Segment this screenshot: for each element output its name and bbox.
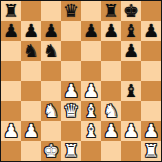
square-a8[interactable]: ♜ xyxy=(1,1,21,21)
piece-black-pawn[interactable]: ♟ xyxy=(103,21,119,41)
square-g5[interactable] xyxy=(121,61,141,81)
piece-black-king[interactable]: ♚ xyxy=(123,1,139,21)
piece-white-pawn[interactable]: ♟ xyxy=(23,121,39,141)
piece-white-pawn[interactable]: ♟ xyxy=(103,121,119,141)
piece-white-pawn[interactable]: ♟ xyxy=(143,121,159,141)
square-g4[interactable]: ♝ xyxy=(121,81,141,101)
square-f1[interactable] xyxy=(101,141,121,161)
chess-board: ♜♛♜♚♟♟♟♟♟♝♟♞♞♟♟♟♝♞♛♝♞♟♟♝♟♟♟♚♜♜ xyxy=(1,1,161,161)
square-g8[interactable]: ♚ xyxy=(121,1,141,21)
square-e3[interactable]: ♝ xyxy=(81,101,101,121)
square-e7[interactable]: ♟ xyxy=(81,21,101,41)
piece-white-queen[interactable]: ♛ xyxy=(63,101,79,121)
square-c4[interactable] xyxy=(41,81,61,101)
piece-black-knight[interactable]: ♞ xyxy=(43,41,59,61)
board-frame: ♜♛♜♚♟♟♟♟♟♝♟♞♞♟♟♟♝♞♛♝♞♟♟♝♟♟♟♚♜♜ xyxy=(0,0,162,162)
square-a7[interactable]: ♟ xyxy=(1,21,21,41)
piece-white-knight[interactable]: ♞ xyxy=(103,101,119,121)
piece-white-bishop[interactable]: ♝ xyxy=(83,121,99,141)
square-h6[interactable] xyxy=(141,41,161,61)
square-h3[interactable] xyxy=(141,101,161,121)
square-d4[interactable]: ♟ xyxy=(61,81,81,101)
square-g3[interactable] xyxy=(121,101,141,121)
square-b4[interactable] xyxy=(21,81,41,101)
piece-white-rook[interactable]: ♜ xyxy=(143,141,159,161)
piece-black-bishop[interactable]: ♝ xyxy=(123,21,139,41)
piece-white-king[interactable]: ♚ xyxy=(43,141,59,161)
piece-white-pawn[interactable]: ♟ xyxy=(83,81,99,101)
square-g2[interactable]: ♟ xyxy=(121,121,141,141)
piece-white-bishop[interactable]: ♝ xyxy=(83,101,99,121)
square-h4[interactable] xyxy=(141,81,161,101)
piece-black-knight[interactable]: ♞ xyxy=(23,41,39,61)
piece-black-queen[interactable]: ♛ xyxy=(63,1,79,21)
square-a5[interactable] xyxy=(1,61,21,81)
square-f6[interactable] xyxy=(101,41,121,61)
square-c8[interactable] xyxy=(41,1,61,21)
square-d8[interactable]: ♛ xyxy=(61,1,81,21)
square-b1[interactable] xyxy=(21,141,41,161)
piece-black-rook[interactable]: ♜ xyxy=(3,1,19,21)
square-g6[interactable]: ♟ xyxy=(121,41,141,61)
square-g7[interactable]: ♝ xyxy=(121,21,141,41)
square-b6[interactable]: ♞ xyxy=(21,41,41,61)
piece-white-pawn[interactable]: ♟ xyxy=(63,81,79,101)
square-b5[interactable] xyxy=(21,61,41,81)
square-d5[interactable] xyxy=(61,61,81,81)
piece-black-pawn[interactable]: ♟ xyxy=(143,21,159,41)
square-f4[interactable] xyxy=(101,81,121,101)
square-a2[interactable]: ♟ xyxy=(1,121,21,141)
square-e6[interactable] xyxy=(81,41,101,61)
square-d7[interactable] xyxy=(61,21,81,41)
piece-black-pawn[interactable]: ♟ xyxy=(43,21,59,41)
square-c1[interactable]: ♚ xyxy=(41,141,61,161)
square-e8[interactable] xyxy=(81,1,101,21)
square-b8[interactable] xyxy=(21,1,41,21)
square-c7[interactable]: ♟ xyxy=(41,21,61,41)
square-a3[interactable] xyxy=(1,101,21,121)
square-c3[interactable]: ♞ xyxy=(41,101,61,121)
square-f2[interactable]: ♟ xyxy=(101,121,121,141)
square-d3[interactable]: ♛ xyxy=(61,101,81,121)
square-g1[interactable] xyxy=(121,141,141,161)
square-h7[interactable]: ♟ xyxy=(141,21,161,41)
piece-black-bishop[interactable]: ♝ xyxy=(123,81,139,101)
piece-white-pawn[interactable]: ♟ xyxy=(123,121,139,141)
piece-white-rook[interactable]: ♜ xyxy=(63,141,79,161)
piece-white-pawn[interactable]: ♟ xyxy=(3,121,19,141)
square-d2[interactable] xyxy=(61,121,81,141)
piece-black-pawn[interactable]: ♟ xyxy=(123,41,139,61)
piece-black-pawn[interactable]: ♟ xyxy=(23,21,39,41)
square-a4[interactable] xyxy=(1,81,21,101)
square-b2[interactable]: ♟ xyxy=(21,121,41,141)
piece-black-rook[interactable]: ♜ xyxy=(103,1,119,21)
square-a1[interactable] xyxy=(1,141,21,161)
square-a6[interactable] xyxy=(1,41,21,61)
square-b3[interactable] xyxy=(21,101,41,121)
square-e2[interactable]: ♝ xyxy=(81,121,101,141)
square-c2[interactable] xyxy=(41,121,61,141)
square-c6[interactable]: ♞ xyxy=(41,41,61,61)
square-e4[interactable]: ♟ xyxy=(81,81,101,101)
square-h2[interactable]: ♟ xyxy=(141,121,161,141)
piece-black-pawn[interactable]: ♟ xyxy=(83,21,99,41)
square-d1[interactable]: ♜ xyxy=(61,141,81,161)
square-f7[interactable]: ♟ xyxy=(101,21,121,41)
square-f8[interactable]: ♜ xyxy=(101,1,121,21)
square-e1[interactable] xyxy=(81,141,101,161)
square-f5[interactable] xyxy=(101,61,121,81)
piece-white-knight[interactable]: ♞ xyxy=(43,101,59,121)
piece-black-pawn[interactable]: ♟ xyxy=(3,21,19,41)
square-f3[interactable]: ♞ xyxy=(101,101,121,121)
square-e5[interactable] xyxy=(81,61,101,81)
square-b7[interactable]: ♟ xyxy=(21,21,41,41)
square-h1[interactable]: ♜ xyxy=(141,141,161,161)
square-h8[interactable] xyxy=(141,1,161,21)
square-h5[interactable] xyxy=(141,61,161,81)
square-d6[interactable] xyxy=(61,41,81,61)
square-c5[interactable] xyxy=(41,61,61,81)
